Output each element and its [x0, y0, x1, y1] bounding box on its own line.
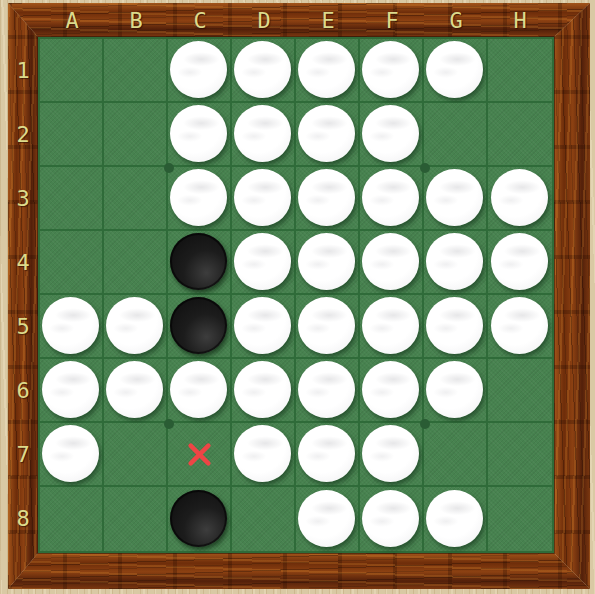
cell-D7[interactable]	[232, 423, 296, 487]
white-disc	[362, 361, 419, 418]
cell-C3[interactable]	[168, 167, 232, 231]
cell-E7[interactable]	[296, 423, 360, 487]
white-disc	[362, 41, 419, 98]
white-disc	[234, 425, 291, 482]
white-disc	[234, 297, 291, 354]
white-disc	[298, 361, 355, 418]
cell-A6[interactable]	[40, 359, 104, 423]
row-label-1: 1	[10, 58, 36, 84]
cell-F2[interactable]	[360, 103, 424, 167]
row-label-3: 3	[10, 186, 36, 212]
cell-A1[interactable]	[40, 39, 104, 103]
cell-D4[interactable]	[232, 231, 296, 295]
cell-B1[interactable]	[104, 39, 168, 103]
move-marker-x	[186, 441, 213, 468]
cell-D3[interactable]	[232, 167, 296, 231]
white-disc	[42, 361, 99, 418]
cell-H6[interactable]	[488, 359, 552, 423]
white-disc	[42, 425, 99, 482]
cell-C1[interactable]	[168, 39, 232, 103]
cell-H8[interactable]	[488, 487, 552, 551]
cell-F7[interactable]	[360, 423, 424, 487]
col-label-D: D	[251, 8, 277, 34]
cell-G2[interactable]	[424, 103, 488, 167]
white-disc	[298, 233, 355, 290]
white-disc	[426, 297, 483, 354]
cell-G1[interactable]	[424, 39, 488, 103]
white-disc	[298, 41, 355, 98]
white-disc	[106, 297, 163, 354]
cell-C2[interactable]	[168, 103, 232, 167]
cell-G7[interactable]	[424, 423, 488, 487]
cell-H4[interactable]	[488, 231, 552, 295]
star-point	[164, 419, 174, 429]
row-label-5: 5	[10, 314, 36, 340]
cell-H3[interactable]	[488, 167, 552, 231]
white-disc	[362, 425, 419, 482]
white-disc	[362, 105, 419, 162]
cell-G5[interactable]	[424, 295, 488, 359]
board-frame-left	[8, 3, 38, 589]
col-label-B: B	[123, 8, 149, 34]
row-label-7: 7	[10, 442, 36, 468]
white-disc	[362, 297, 419, 354]
white-disc	[426, 41, 483, 98]
cell-E4[interactable]	[296, 231, 360, 295]
star-point	[420, 163, 430, 173]
cell-H5[interactable]	[488, 295, 552, 359]
col-label-G: G	[443, 8, 469, 34]
cell-E3[interactable]	[296, 167, 360, 231]
cell-G6[interactable]	[424, 359, 488, 423]
cell-E2[interactable]	[296, 103, 360, 167]
star-point	[420, 419, 430, 429]
cell-A2[interactable]	[40, 103, 104, 167]
row-label-8: 8	[10, 506, 36, 532]
cell-G4[interactable]	[424, 231, 488, 295]
cell-F5[interactable]	[360, 295, 424, 359]
white-disc	[426, 169, 483, 226]
black-disc	[170, 297, 227, 354]
cell-C7[interactable]	[168, 423, 232, 487]
cell-B6[interactable]	[104, 359, 168, 423]
col-label-F: F	[379, 8, 405, 34]
cell-D1[interactable]	[232, 39, 296, 103]
white-disc	[298, 169, 355, 226]
cell-C8[interactable]	[168, 487, 232, 551]
cell-A4[interactable]	[40, 231, 104, 295]
cell-A7[interactable]	[40, 423, 104, 487]
white-disc	[170, 41, 227, 98]
cell-A5[interactable]	[40, 295, 104, 359]
cell-E1[interactable]	[296, 39, 360, 103]
white-disc	[298, 490, 355, 547]
cell-B3[interactable]	[104, 167, 168, 231]
cell-A8[interactable]	[40, 487, 104, 551]
black-disc	[170, 233, 227, 290]
cell-B5[interactable]	[104, 295, 168, 359]
col-label-H: H	[507, 8, 533, 34]
col-label-E: E	[315, 8, 341, 34]
cell-D6[interactable]	[232, 359, 296, 423]
board-frame-right	[554, 3, 590, 589]
cell-B2[interactable]	[104, 103, 168, 167]
cell-F1[interactable]	[360, 39, 424, 103]
cell-E6[interactable]	[296, 359, 360, 423]
white-disc	[298, 105, 355, 162]
cell-H1[interactable]	[488, 39, 552, 103]
cell-C4[interactable]	[168, 231, 232, 295]
white-disc	[298, 297, 355, 354]
row-label-6: 6	[10, 378, 36, 404]
cell-D8[interactable]	[232, 487, 296, 551]
cell-F3[interactable]	[360, 167, 424, 231]
col-label-C: C	[187, 8, 213, 34]
cell-H2[interactable]	[488, 103, 552, 167]
white-disc	[298, 425, 355, 482]
cell-C6[interactable]	[168, 359, 232, 423]
cell-H7[interactable]	[488, 423, 552, 487]
white-disc	[426, 233, 483, 290]
white-disc	[426, 490, 483, 547]
cell-D5[interactable]	[232, 295, 296, 359]
white-disc	[362, 490, 419, 547]
cell-B4[interactable]	[104, 231, 168, 295]
board	[38, 37, 554, 553]
cell-F4[interactable]	[360, 231, 424, 295]
white-disc	[362, 233, 419, 290]
cell-G8[interactable]	[424, 487, 488, 551]
black-disc	[170, 490, 227, 547]
white-disc	[170, 361, 227, 418]
white-disc	[234, 41, 291, 98]
star-point	[164, 163, 174, 173]
white-disc	[106, 361, 163, 418]
board-frame-top	[8, 3, 590, 37]
cell-B8[interactable]	[104, 487, 168, 551]
white-disc	[170, 105, 227, 162]
white-disc	[426, 361, 483, 418]
cell-C5[interactable]	[168, 295, 232, 359]
cell-E5[interactable]	[296, 295, 360, 359]
white-disc	[491, 233, 548, 290]
white-disc	[491, 297, 548, 354]
cell-F6[interactable]	[360, 359, 424, 423]
white-disc	[234, 233, 291, 290]
board-frame-bottom	[8, 553, 590, 589]
cell-D2[interactable]	[232, 103, 296, 167]
white-disc	[234, 361, 291, 418]
col-label-A: A	[59, 8, 85, 34]
white-disc	[234, 169, 291, 226]
cell-G3[interactable]	[424, 167, 488, 231]
cell-A3[interactable]	[40, 167, 104, 231]
cell-E8[interactable]	[296, 487, 360, 551]
row-label-2: 2	[10, 122, 36, 148]
white-disc	[362, 169, 419, 226]
white-disc	[491, 169, 548, 226]
white-disc	[170, 169, 227, 226]
othello-app: ABCDEFGH 12345678	[0, 0, 595, 594]
white-disc	[42, 297, 99, 354]
cell-F8[interactable]	[360, 487, 424, 551]
row-label-4: 4	[10, 250, 36, 276]
white-disc	[234, 105, 291, 162]
cell-B7[interactable]	[104, 423, 168, 487]
